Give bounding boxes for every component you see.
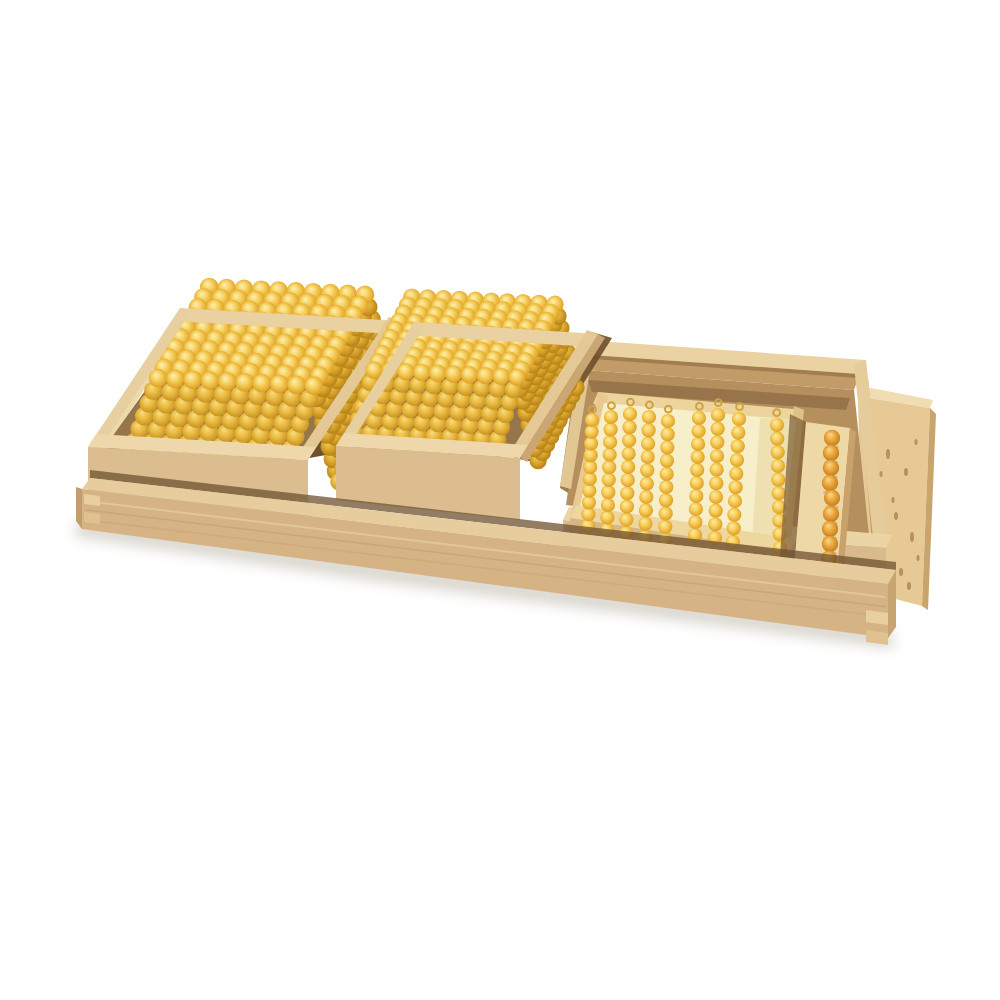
montessori-golden-bead-set-photo: [0, 0, 1000, 1000]
golden-bead-scene: [0, 0, 1000, 1000]
photo-canvas: [0, 0, 1000, 1000]
